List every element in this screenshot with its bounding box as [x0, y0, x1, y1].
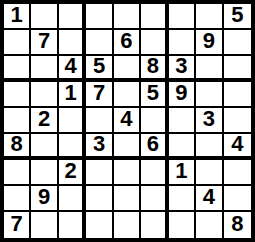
cell-r1c1[interactable]: 1	[4, 4, 31, 30]
given-digit: 6	[147, 133, 159, 155]
cell-r5c5[interactable]: 4	[114, 108, 141, 134]
cell-r6c6[interactable]: 6	[141, 134, 168, 160]
cell-r8c6[interactable]	[141, 186, 168, 212]
cell-r9c6[interactable]	[141, 212, 168, 238]
cell-r1c5[interactable]	[114, 4, 141, 30]
cell-r9c8[interactable]	[196, 212, 223, 238]
cell-r9c7[interactable]	[169, 212, 196, 238]
cell-r7c6[interactable]	[141, 160, 168, 186]
cell-r2c8[interactable]: 9	[196, 30, 223, 56]
cell-r1c3[interactable]	[59, 4, 86, 30]
given-digit: 5	[231, 4, 243, 26]
cell-r2c1[interactable]	[4, 30, 31, 56]
cell-r4c9[interactable]	[224, 82, 251, 108]
cell-r5c8[interactable]: 3	[196, 108, 223, 134]
cell-r6c9[interactable]: 4	[224, 134, 251, 160]
cell-r8c7[interactable]	[169, 186, 196, 212]
cell-r4c5[interactable]	[114, 82, 141, 108]
cell-r8c9[interactable]	[224, 186, 251, 212]
cell-r6c3[interactable]	[59, 134, 86, 160]
cell-r8c3[interactable]	[59, 186, 86, 212]
given-digit: 7	[93, 82, 105, 104]
cell-r7c5[interactable]	[114, 160, 141, 186]
cell-r8c8[interactable]: 4	[196, 186, 223, 212]
given-digit: 8	[147, 55, 159, 77]
given-digit: 8	[231, 213, 243, 235]
cell-r3c5[interactable]	[114, 56, 141, 82]
cell-r1c7[interactable]	[169, 4, 196, 30]
cell-r9c9[interactable]: 8	[224, 212, 251, 238]
cell-r1c4[interactable]	[86, 4, 113, 30]
cell-r3c6[interactable]: 8	[141, 56, 168, 82]
given-digit: 4	[231, 133, 243, 155]
cell-r8c1[interactable]	[4, 186, 31, 212]
cell-r4c7[interactable]: 9	[169, 82, 196, 108]
cell-r8c2[interactable]: 9	[31, 186, 58, 212]
given-digit: 4	[64, 55, 76, 77]
cell-r9c3[interactable]	[59, 212, 86, 238]
given-digit: 3	[175, 55, 187, 77]
given-digit: 4	[120, 108, 132, 130]
given-digit: 8	[11, 133, 23, 155]
cell-r4c1[interactable]	[4, 82, 31, 108]
cell-r4c6[interactable]: 5	[141, 82, 168, 108]
cell-r7c1[interactable]	[4, 160, 31, 186]
cell-r6c5[interactable]	[114, 134, 141, 160]
given-digit: 7	[11, 213, 23, 235]
given-digit: 9	[175, 82, 187, 104]
given-digit: 3	[93, 133, 105, 155]
cell-r2c5[interactable]: 6	[114, 30, 141, 56]
cell-r2c9[interactable]	[224, 30, 251, 56]
cell-r3c8[interactable]	[196, 56, 223, 82]
cell-r2c2[interactable]: 7	[31, 30, 58, 56]
cell-r3c4[interactable]: 5	[86, 56, 113, 82]
given-digit: 1	[64, 82, 76, 104]
cell-r3c1[interactable]	[4, 56, 31, 82]
cell-r6c1[interactable]: 8	[4, 134, 31, 160]
cell-r6c4[interactable]: 3	[86, 134, 113, 160]
sudoku-board: 15769458317592438364219478	[0, 0, 255, 242]
cell-r9c5[interactable]	[114, 212, 141, 238]
cell-r7c4[interactable]	[86, 160, 113, 186]
cell-r3c9[interactable]	[224, 56, 251, 82]
cell-r3c7[interactable]: 3	[169, 56, 196, 82]
cell-r8c4[interactable]	[86, 186, 113, 212]
cell-r4c4[interactable]: 7	[86, 82, 113, 108]
cell-r6c7[interactable]	[169, 134, 196, 160]
given-digit: 3	[203, 108, 215, 130]
given-digit: 9	[38, 186, 50, 208]
cell-r6c8[interactable]	[196, 134, 223, 160]
given-digit: 2	[38, 108, 50, 130]
given-digit: 5	[93, 55, 105, 77]
cell-r1c8[interactable]	[196, 4, 223, 30]
cell-r3c3[interactable]: 4	[59, 56, 86, 82]
given-digit: 1	[175, 160, 187, 182]
cell-r7c2[interactable]	[31, 160, 58, 186]
cell-r6c2[interactable]	[31, 134, 58, 160]
given-digit: 9	[203, 30, 215, 52]
cell-r7c3[interactable]: 2	[59, 160, 86, 186]
given-digit: 1	[11, 4, 23, 26]
cell-r7c7[interactable]: 1	[169, 160, 196, 186]
cell-r1c2[interactable]	[31, 4, 58, 30]
cell-r4c8[interactable]	[196, 82, 223, 108]
given-digit: 4	[203, 186, 215, 208]
cell-r9c4[interactable]	[86, 212, 113, 238]
cell-r7c8[interactable]	[196, 160, 223, 186]
given-digit: 2	[64, 160, 76, 182]
cell-r1c9[interactable]: 5	[224, 4, 251, 30]
cell-r9c1[interactable]: 7	[4, 212, 31, 238]
given-digit: 5	[147, 82, 159, 104]
cell-r5c2[interactable]: 2	[31, 108, 58, 134]
cell-r3c2[interactable]	[31, 56, 58, 82]
cell-r7c9[interactable]	[224, 160, 251, 186]
cell-r1c6[interactable]	[141, 4, 168, 30]
cell-r5c3[interactable]	[59, 108, 86, 134]
cell-r5c7[interactable]	[169, 108, 196, 134]
given-digit: 7	[38, 30, 50, 52]
cell-r4c2[interactable]	[31, 82, 58, 108]
cell-r8c5[interactable]	[114, 186, 141, 212]
given-digit: 6	[120, 30, 132, 52]
cell-r9c2[interactable]	[31, 212, 58, 238]
cell-r4c3[interactable]: 1	[59, 82, 86, 108]
